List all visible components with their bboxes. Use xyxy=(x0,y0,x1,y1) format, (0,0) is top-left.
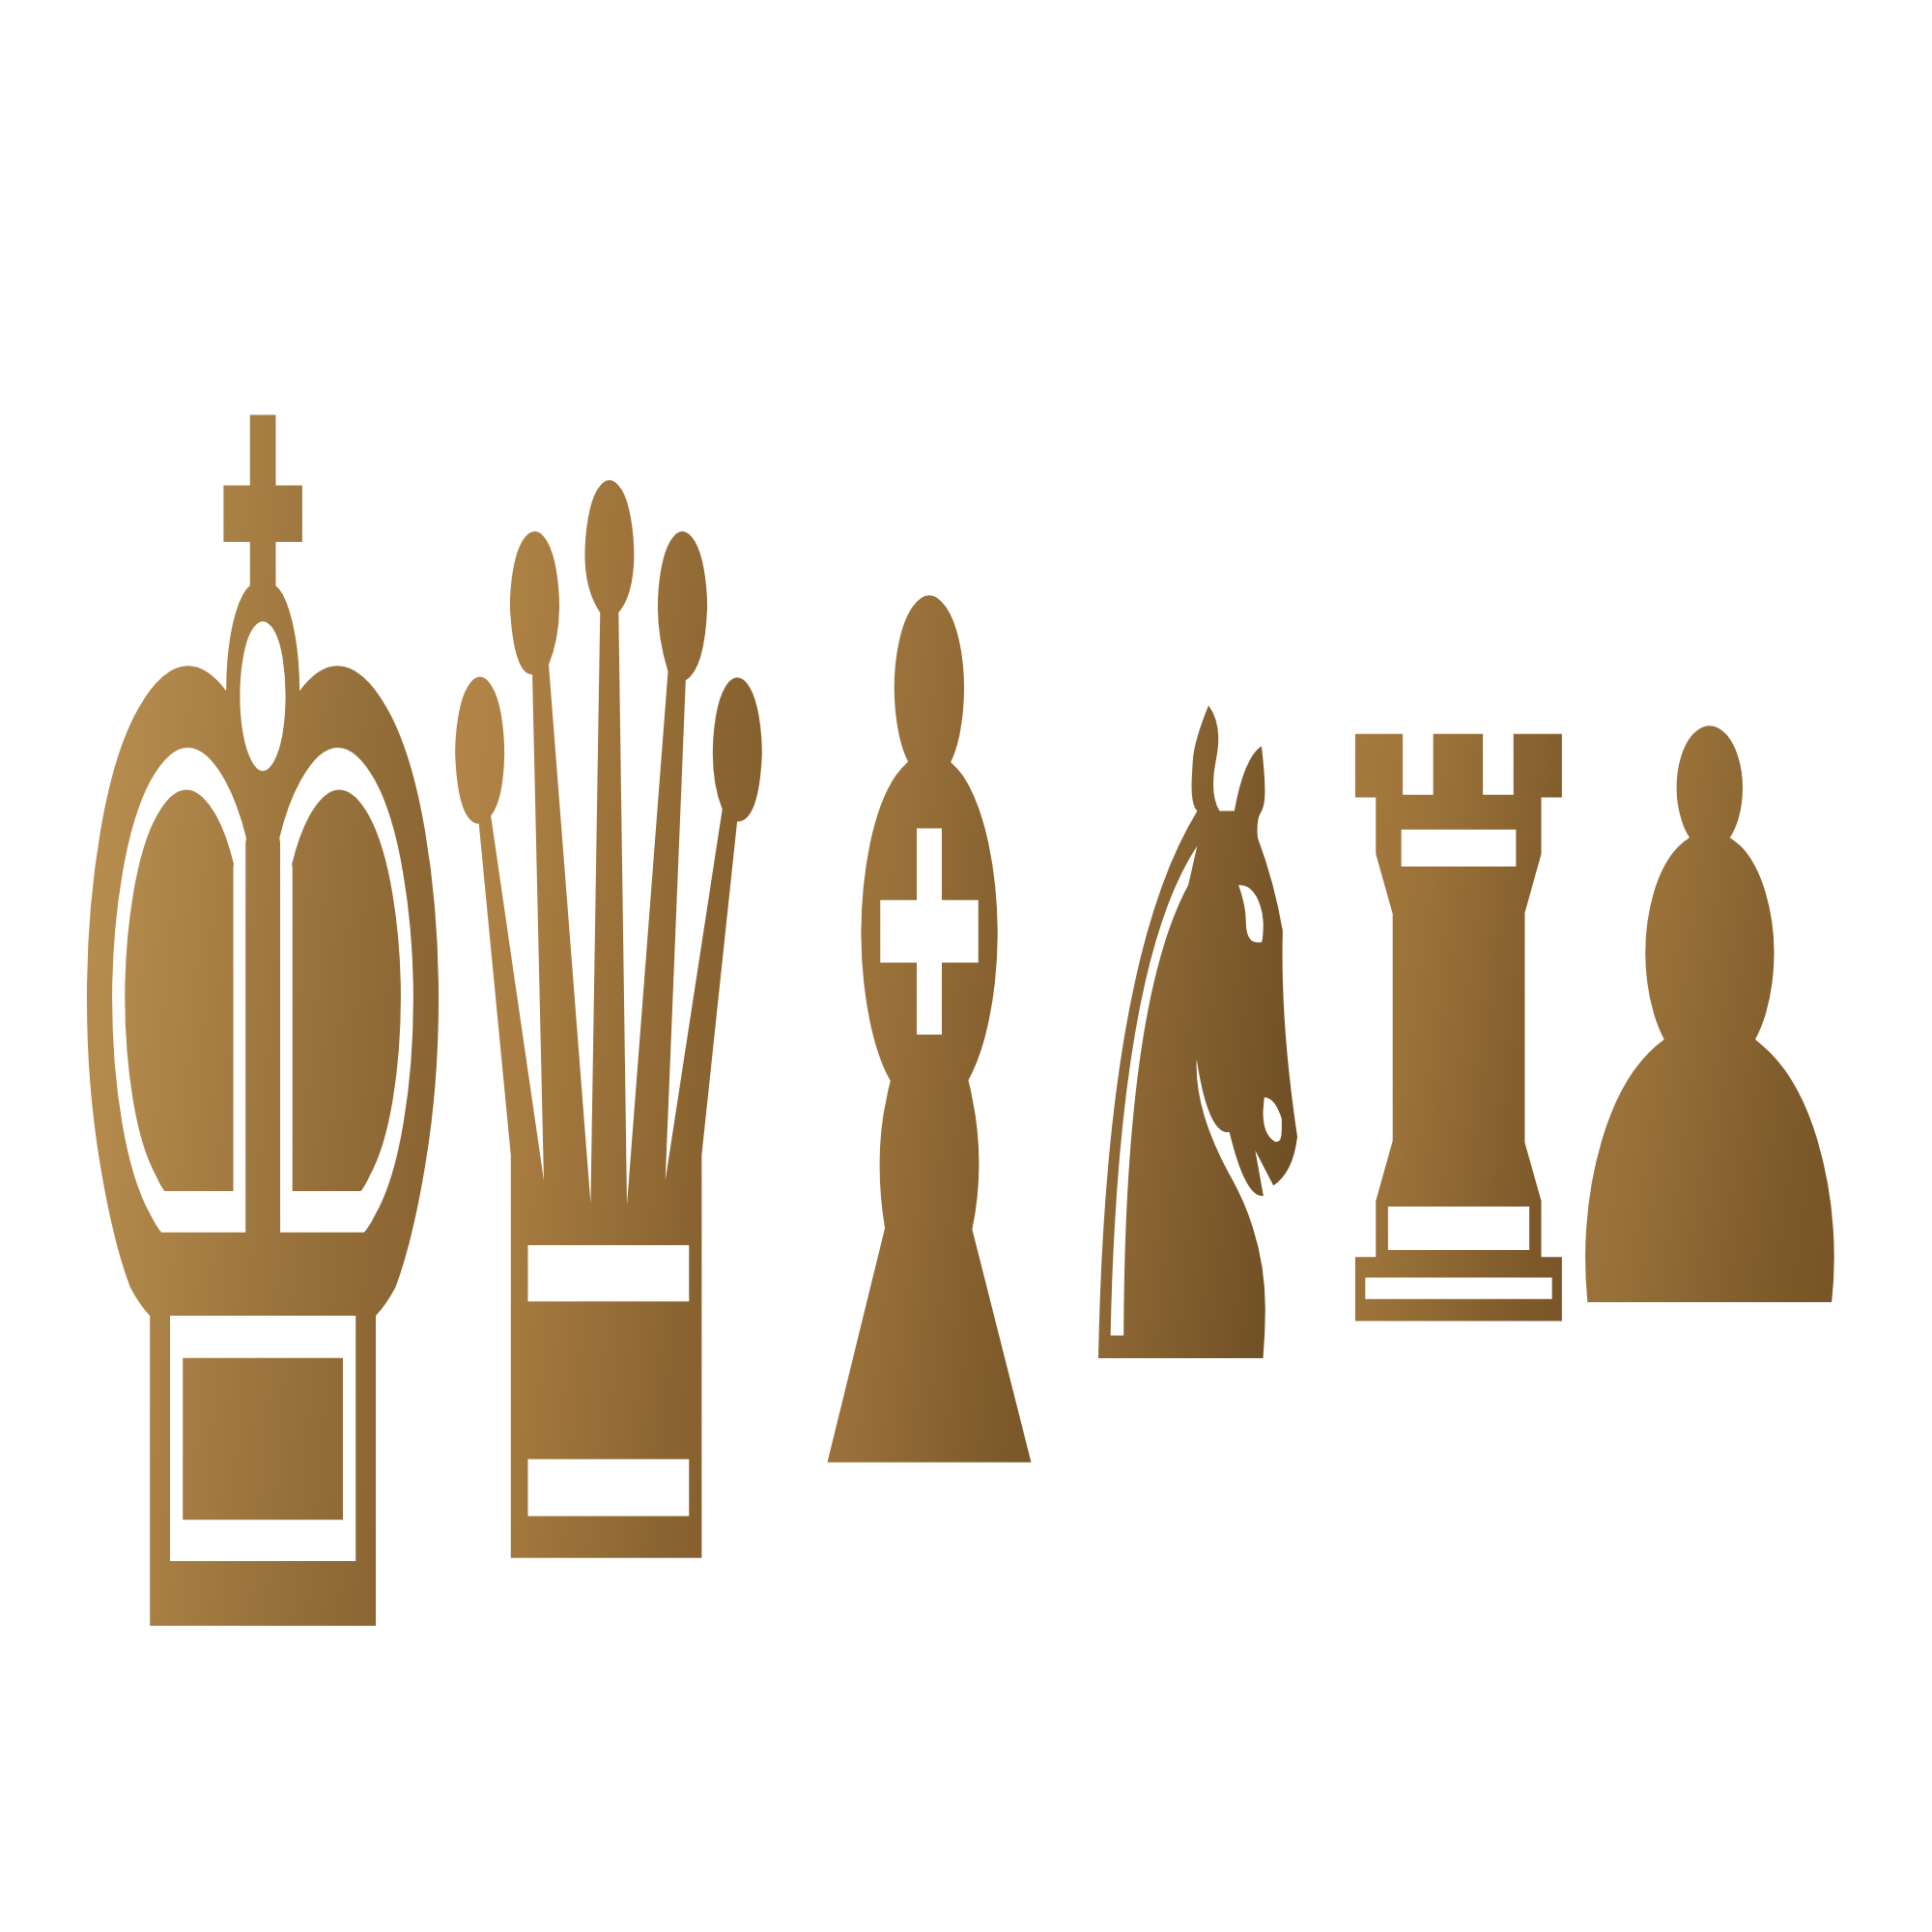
chess-piece-pawn: ♟ xyxy=(1502,634,1918,1423)
product-photo-stage: ♚ ♛ ♝ ♞ ♜ ♟ xyxy=(0,0,1932,1932)
